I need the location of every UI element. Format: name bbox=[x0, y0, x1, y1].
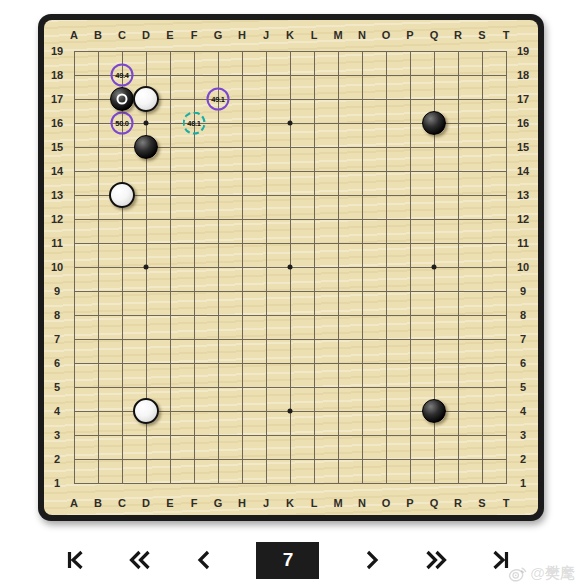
nav-rewind-button[interactable] bbox=[128, 548, 152, 572]
goban-frame: AABBCCDDEEFFGGHHJJKKLLMMNNOOPPQQRRSSTT19… bbox=[38, 14, 544, 521]
forward-icon bbox=[360, 548, 384, 572]
rewind-icon bbox=[128, 548, 152, 572]
watermark-text: @樊麾 bbox=[530, 564, 575, 583]
watermark: @樊麾 bbox=[507, 560, 575, 586]
fast-forward-icon bbox=[424, 548, 448, 572]
back-icon bbox=[192, 548, 216, 572]
first-move-icon bbox=[64, 548, 88, 572]
move-number-display: 7 bbox=[256, 542, 319, 579]
weibo-icon bbox=[507, 562, 529, 584]
nav-first-button[interactable] bbox=[64, 548, 88, 572]
grid-lines bbox=[74, 51, 507, 484]
nav-back-button[interactable] bbox=[192, 548, 216, 572]
nav-forward-button[interactable] bbox=[360, 548, 384, 572]
nav-fast-forward-button[interactable] bbox=[424, 548, 448, 572]
move-navigation: 7 bbox=[64, 538, 512, 582]
